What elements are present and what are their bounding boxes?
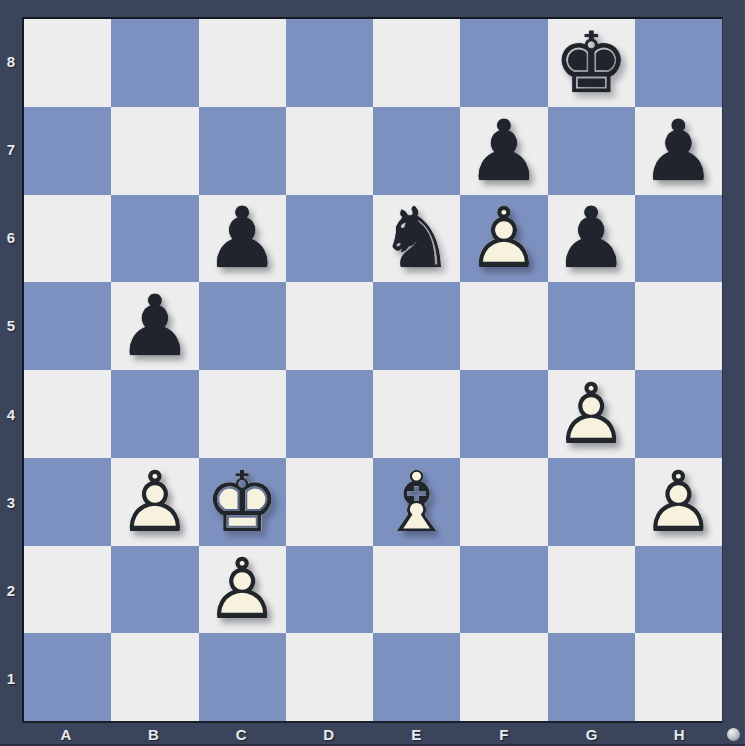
file-label-b: B xyxy=(110,723,198,746)
white-pawn-outline: ♙ xyxy=(117,460,192,544)
square-a2[interactable] xyxy=(24,546,111,634)
square-a6[interactable] xyxy=(24,195,111,283)
rank-label-7: 7 xyxy=(0,105,22,193)
file-label-e: E xyxy=(373,723,461,746)
square-a1[interactable] xyxy=(24,633,111,721)
square-a8[interactable] xyxy=(24,19,111,107)
file-label-f: F xyxy=(460,723,548,746)
piece-black-king[interactable]: ♚ xyxy=(548,19,635,107)
black-pawn-glyph: ♟ xyxy=(117,284,192,368)
square-e6[interactable]: ♞ xyxy=(373,195,460,283)
square-d4[interactable] xyxy=(286,370,373,458)
piece-black-pawn[interactable]: ♟ xyxy=(111,282,198,370)
black-pawn-glyph: ♟ xyxy=(641,109,716,193)
black-pawn-glyph: ♟ xyxy=(466,109,541,193)
rank-label-3: 3 xyxy=(0,458,22,546)
square-h7[interactable]: ♟ xyxy=(635,107,722,195)
square-d7[interactable] xyxy=(286,107,373,195)
square-d2[interactable] xyxy=(286,546,373,634)
square-f4[interactable] xyxy=(460,370,547,458)
square-b2[interactable] xyxy=(111,546,198,634)
piece-white-pawn[interactable]: ♟♙ xyxy=(111,458,198,546)
square-c1[interactable] xyxy=(199,633,286,721)
black-king-glyph: ♚ xyxy=(553,21,628,105)
piece-white-pawn[interactable]: ♟♙ xyxy=(460,195,547,283)
square-c8[interactable] xyxy=(199,19,286,107)
square-e8[interactable] xyxy=(373,19,460,107)
square-c4[interactable] xyxy=(199,370,286,458)
square-b1[interactable] xyxy=(111,633,198,721)
square-a4[interactable] xyxy=(24,370,111,458)
white-bishop-outline: ♗ xyxy=(379,460,454,544)
rank-labels: 87654321 xyxy=(0,17,22,723)
white-pawn-outline: ♙ xyxy=(641,460,716,544)
square-h5[interactable] xyxy=(635,282,722,370)
square-h4[interactable] xyxy=(635,370,722,458)
square-c2[interactable]: ♟♙ xyxy=(199,546,286,634)
square-d5[interactable] xyxy=(286,282,373,370)
square-b7[interactable] xyxy=(111,107,198,195)
square-e7[interactable] xyxy=(373,107,460,195)
square-g7[interactable] xyxy=(548,107,635,195)
piece-white-pawn[interactable]: ♟♙ xyxy=(635,458,722,546)
piece-white-pawn[interactable]: ♟♙ xyxy=(199,546,286,634)
square-e4[interactable] xyxy=(373,370,460,458)
square-b8[interactable] xyxy=(111,19,198,107)
square-d3[interactable] xyxy=(286,458,373,546)
file-label-d: D xyxy=(285,723,373,746)
square-f8[interactable] xyxy=(460,19,547,107)
square-f6[interactable]: ♟♙ xyxy=(460,195,547,283)
square-h6[interactable] xyxy=(635,195,722,283)
file-label-g: G xyxy=(548,723,636,746)
board: ♚♟♟♟♞♟♙♟♟♟♙♟♙♚♔♝♗♟♙♟♙ xyxy=(22,17,723,723)
square-h1[interactable] xyxy=(635,633,722,721)
rank-label-2: 2 xyxy=(0,547,22,635)
rank-label-8: 8 xyxy=(0,17,22,105)
square-b4[interactable] xyxy=(111,370,198,458)
corner-dot-icon xyxy=(727,728,740,741)
square-b3[interactable]: ♟♙ xyxy=(111,458,198,546)
square-d8[interactable] xyxy=(286,19,373,107)
square-g4[interactable]: ♟♙ xyxy=(548,370,635,458)
square-g5[interactable] xyxy=(548,282,635,370)
rank-label-1: 1 xyxy=(0,635,22,723)
square-c6[interactable]: ♟ xyxy=(199,195,286,283)
square-f5[interactable] xyxy=(460,282,547,370)
rank-label-4: 4 xyxy=(0,370,22,458)
square-g8[interactable]: ♚ xyxy=(548,19,635,107)
square-c7[interactable] xyxy=(199,107,286,195)
black-knight-glyph: ♞ xyxy=(379,196,454,280)
rank-label-6: 6 xyxy=(0,194,22,282)
square-c3[interactable]: ♚♔ xyxy=(199,458,286,546)
white-pawn-outline: ♙ xyxy=(204,547,279,631)
square-c5[interactable] xyxy=(199,282,286,370)
square-h3[interactable]: ♟♙ xyxy=(635,458,722,546)
square-b5[interactable]: ♟ xyxy=(111,282,198,370)
square-a5[interactable] xyxy=(24,282,111,370)
square-g3[interactable] xyxy=(548,458,635,546)
piece-black-pawn[interactable]: ♟ xyxy=(548,195,635,283)
square-e5[interactable] xyxy=(373,282,460,370)
square-d1[interactable] xyxy=(286,633,373,721)
white-king-outline: ♔ xyxy=(204,460,279,544)
square-e1[interactable] xyxy=(373,633,460,721)
file-label-a: A xyxy=(22,723,110,746)
square-g6[interactable]: ♟ xyxy=(548,195,635,283)
square-g2[interactable] xyxy=(548,546,635,634)
square-f7[interactable]: ♟ xyxy=(460,107,547,195)
square-f1[interactable] xyxy=(460,633,547,721)
square-a3[interactable] xyxy=(24,458,111,546)
square-a7[interactable] xyxy=(24,107,111,195)
chess-board-window: 87654321 ♚♟♟♟♞♟♙♟♟♟♙♟♙♚♔♝♗♟♙♟♙ ABCDEFGH xyxy=(0,0,745,746)
square-f3[interactable] xyxy=(460,458,547,546)
square-f2[interactable] xyxy=(460,546,547,634)
square-e2[interactable] xyxy=(373,546,460,634)
white-pawn-outline: ♙ xyxy=(553,372,628,456)
square-e3[interactable]: ♝♗ xyxy=(373,458,460,546)
piece-black-pawn[interactable]: ♟ xyxy=(199,195,286,283)
file-labels: ABCDEFGH xyxy=(22,723,723,746)
white-pawn-outline: ♙ xyxy=(466,196,541,280)
black-pawn-glyph: ♟ xyxy=(553,196,628,280)
rank-label-5: 5 xyxy=(0,282,22,370)
file-label-c: C xyxy=(197,723,285,746)
square-b6[interactable] xyxy=(111,195,198,283)
square-h8[interactable] xyxy=(635,19,722,107)
black-pawn-glyph: ♟ xyxy=(204,196,279,280)
file-label-h: H xyxy=(635,723,723,746)
piece-black-knight[interactable]: ♞ xyxy=(373,195,460,283)
piece-white-bishop[interactable]: ♝♗ xyxy=(373,458,460,546)
square-g1[interactable] xyxy=(548,633,635,721)
piece-white-pawn[interactable]: ♟♙ xyxy=(548,370,635,458)
square-h2[interactable] xyxy=(635,546,722,634)
piece-black-pawn[interactable]: ♟ xyxy=(460,107,547,195)
piece-white-king[interactable]: ♚♔ xyxy=(199,458,286,546)
square-d6[interactable] xyxy=(286,195,373,283)
piece-black-pawn[interactable]: ♟ xyxy=(635,107,722,195)
